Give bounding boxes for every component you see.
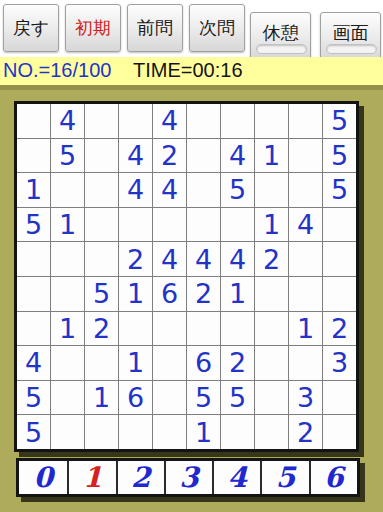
grid-cell-r7c1[interactable]	[17, 312, 50, 346]
grid-cell-r6c7[interactable]: 1	[221, 277, 254, 311]
palette-digit-2[interactable]: 2	[116, 461, 164, 494]
grid-cell-r10c7[interactable]	[221, 415, 254, 449]
grid-cell-r6c6[interactable]: 2	[187, 277, 220, 311]
grid-cell-r7c5[interactable]	[153, 312, 186, 346]
grid-cell-r7c7[interactable]	[221, 312, 254, 346]
grid-cell-r8c3[interactable]	[85, 346, 118, 380]
grid-cell-r3c2[interactable]	[51, 173, 84, 207]
grid-cell-r2c7[interactable]: 4	[221, 139, 254, 173]
grid-cell-r10c1[interactable]: 5	[17, 415, 50, 449]
grid-cell-r1c6[interactable]	[187, 104, 220, 138]
grid-cell-r6c4[interactable]: 1	[119, 277, 152, 311]
number-palette: 0123456	[16, 458, 360, 497]
grid-cell-r4c3[interactable]	[85, 208, 118, 242]
palette-digit-0[interactable]: 0	[19, 461, 67, 494]
grid-cell-r5c8[interactable]: 2	[255, 242, 288, 276]
grid-cell-r4c5[interactable]	[153, 208, 186, 242]
grid-cell-r10c4[interactable]	[119, 415, 152, 449]
grid-cell-r2c8[interactable]: 1	[255, 139, 288, 173]
grid-cell-r1c5[interactable]: 4	[153, 104, 186, 138]
screen-toggle-label: 画面	[333, 21, 369, 45]
grid-cell-r7c6[interactable]	[187, 312, 220, 346]
palette-digit-4[interactable]: 4	[212, 461, 260, 494]
grid-cell-r5c2[interactable]	[51, 242, 84, 276]
grid-cell-r5c10[interactable]	[323, 242, 356, 276]
grid-cell-r3c3[interactable]	[85, 173, 118, 207]
grid-cell-r6c9[interactable]	[289, 277, 322, 311]
grid-cell-r5c5[interactable]: 4	[153, 242, 186, 276]
next-problem-button[interactable]: 次問	[189, 4, 245, 52]
rest-toggle-button[interactable]: 休憩	[250, 12, 311, 61]
grid-cell-r6c2[interactable]	[51, 277, 84, 311]
grid-cell-r5c3[interactable]	[85, 242, 118, 276]
grid-cell-r10c10[interactable]	[323, 415, 356, 449]
grid-cell-r10c3[interactable]	[85, 415, 118, 449]
grid-cell-r8c4[interactable]: 1	[119, 346, 152, 380]
grid-cell-r8c6[interactable]: 6	[187, 346, 220, 380]
grid-cell-r1c10[interactable]: 5	[323, 104, 356, 138]
grid-cell-r4c1[interactable]: 5	[17, 208, 50, 242]
grid-cell-r1c1[interactable]	[17, 104, 50, 138]
grid-cell-r9c8[interactable]	[255, 381, 288, 415]
grid-cell-r7c10[interactable]: 2	[323, 312, 356, 346]
grid-cell-r9c4[interactable]: 6	[119, 381, 152, 415]
grid-cell-r10c8[interactable]	[255, 415, 288, 449]
grid-cell-r4c10[interactable]	[323, 208, 356, 242]
grid-cell-r4c4[interactable]	[119, 208, 152, 242]
grid-cell-r10c5[interactable]	[153, 415, 186, 449]
grid-cell-r7c2[interactable]: 1	[51, 312, 84, 346]
grid-cell-r8c8[interactable]	[255, 346, 288, 380]
grid-cell-r6c8[interactable]	[255, 277, 288, 311]
grid-cell-r7c4[interactable]	[119, 312, 152, 346]
statusbar-shadow	[0, 85, 383, 90]
grid-cell-r5c6[interactable]: 4	[187, 242, 220, 276]
status-bar: NO.=16/100 TIME=00:16	[0, 57, 383, 85]
grid-cell-r9c3[interactable]: 1	[85, 381, 118, 415]
grid-cell-r5c1[interactable]	[17, 242, 50, 276]
undo-button[interactable]: 戻す	[3, 4, 59, 52]
grid-cell-r9c1[interactable]: 5	[17, 381, 50, 415]
grid-cell-r5c4[interactable]: 2	[119, 242, 152, 276]
grid-cell-r1c9[interactable]	[289, 104, 322, 138]
puzzle-board: 4455424151445551142444251621121241623516…	[14, 101, 359, 452]
grid-cell-r8c9[interactable]	[289, 346, 322, 380]
grid-cell-r2c2[interactable]: 5	[51, 139, 84, 173]
toggle-indicator	[256, 44, 306, 54]
grid-cell-r4c2[interactable]: 1	[51, 208, 84, 242]
screen-toggle-button[interactable]: 画面	[320, 12, 381, 61]
grid-cell-r2c6[interactable]	[187, 139, 220, 173]
grid-cell-r3c1[interactable]: 1	[17, 173, 50, 207]
grid-cell-r7c9[interactable]: 1	[289, 312, 322, 346]
palette-digit-1[interactable]: 1	[67, 461, 115, 494]
grid-cell-r1c4[interactable]	[119, 104, 152, 138]
grid-cell-r2c4[interactable]: 4	[119, 139, 152, 173]
grid-cell-r8c2[interactable]	[51, 346, 84, 380]
grid-cell-r3c5[interactable]: 4	[153, 173, 186, 207]
palette-digit-6[interactable]: 6	[309, 461, 357, 494]
reset-initial-button[interactable]: 初期	[65, 4, 121, 52]
app-screen: 戻す 初期 前問 次問 休憩 画面 NO.=16/100 TIME=00:16 …	[0, 0, 383, 512]
grid-cell-r7c3[interactable]: 2	[85, 312, 118, 346]
toggle-indicator	[326, 44, 376, 54]
grid-cell-r9c10[interactable]	[323, 381, 356, 415]
grid-cell-r6c1[interactable]	[17, 277, 50, 311]
palette-digit-5[interactable]: 5	[260, 461, 308, 494]
grid-cell-r4c6[interactable]	[187, 208, 220, 242]
grid-cell-r3c4[interactable]: 4	[119, 173, 152, 207]
problem-counter: NO.=16/100	[3, 59, 111, 82]
grid-cell-r1c2[interactable]: 4	[51, 104, 84, 138]
grid-cell-r5c7[interactable]: 4	[221, 242, 254, 276]
grid-cell-r6c5[interactable]: 6	[153, 277, 186, 311]
toolbar: 戻す 初期 前問 次問 休憩 画面	[0, 0, 383, 57]
grid-cell-r5c9[interactable]	[289, 242, 322, 276]
grid-cell-r3c6[interactable]	[187, 173, 220, 207]
grid-cell-r6c10[interactable]	[323, 277, 356, 311]
grid-cell-r8c7[interactable]: 2	[221, 346, 254, 380]
grid-cell-r9c7[interactable]: 5	[221, 381, 254, 415]
grid-cell-r3c9[interactable]	[289, 173, 322, 207]
grid-cell-r3c10[interactable]: 5	[323, 173, 356, 207]
grid-cell-r2c3[interactable]	[85, 139, 118, 173]
grid-cell-r2c1[interactable]	[17, 139, 50, 173]
grid-cell-r3c8[interactable]	[255, 173, 288, 207]
grid-cell-r7c8[interactable]	[255, 312, 288, 346]
grid-cell-r1c3[interactable]	[85, 104, 118, 138]
grid-cell-r10c9[interactable]: 2	[289, 415, 322, 449]
grid-cell-r8c5[interactable]	[153, 346, 186, 380]
grid-cell-r1c7[interactable]	[221, 104, 254, 138]
rest-toggle-label: 休憩	[263, 21, 299, 45]
grid-cell-r8c1[interactable]: 4	[17, 346, 50, 380]
grid-cell-r2c9[interactable]	[289, 139, 322, 173]
grid-cell-r6c3[interactable]: 5	[85, 277, 118, 311]
grid-cell-r9c2[interactable]	[51, 381, 84, 415]
grid-cell-r9c5[interactable]	[153, 381, 186, 415]
grid-cell-r2c5[interactable]: 2	[153, 139, 186, 173]
grid-cell-r4c7[interactable]	[221, 208, 254, 242]
grid-cell-r9c9[interactable]: 3	[289, 381, 322, 415]
grid-cell-r4c8[interactable]: 1	[255, 208, 288, 242]
grid-cell-r3c7[interactable]: 5	[221, 173, 254, 207]
grid-cell-r9c6[interactable]: 5	[187, 381, 220, 415]
palette-digit-3[interactable]: 3	[164, 461, 212, 494]
grid-cell-r2c10[interactable]: 5	[323, 139, 356, 173]
grid-cell-r1c8[interactable]	[255, 104, 288, 138]
grid-cell-r10c2[interactable]	[51, 415, 84, 449]
grid-cell-r10c6[interactable]: 1	[187, 415, 220, 449]
prev-problem-button[interactable]: 前問	[127, 4, 183, 52]
grid-cell-r8c10[interactable]: 3	[323, 346, 356, 380]
grid-cell-r4c9[interactable]: 4	[289, 208, 322, 242]
timer: TIME=00:16	[133, 59, 243, 82]
